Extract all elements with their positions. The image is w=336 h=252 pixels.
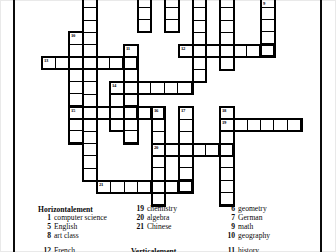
- clue-text: geography: [238, 232, 270, 240]
- clue-text: Chinese: [147, 223, 171, 231]
- clue-text: German: [238, 214, 262, 222]
- clue-item: 20algebra: [131, 214, 169, 222]
- clue-item: 1computer science: [38, 214, 107, 222]
- down-header-cut: Verticalement: [131, 247, 176, 252]
- clue-list: Horizontalement 1computer science5Englis…: [0, 0, 336, 252]
- clue-item: 10geography: [222, 232, 270, 240]
- clue-number: 21: [131, 223, 144, 231]
- clue-item: 9math: [222, 223, 253, 231]
- clue-text: English: [54, 223, 77, 231]
- clue-number: 9: [222, 223, 235, 231]
- clue-text: geometry: [238, 205, 267, 213]
- clue-number: 20: [131, 214, 144, 222]
- clue-item: 5English: [38, 223, 77, 231]
- clue-number: 10: [222, 232, 235, 240]
- clue-item: 7German: [222, 214, 262, 222]
- clue-item-cut: 12French: [38, 247, 75, 252]
- clue-text: art class: [54, 232, 79, 240]
- clue-number: 1: [38, 214, 51, 222]
- worksheet-page: 9101112131415161718192021 Horizontalemen…: [0, 0, 336, 252]
- clue-text: French: [54, 247, 75, 252]
- clue-text: chemistry: [147, 205, 177, 213]
- clue-number: 7: [222, 214, 235, 222]
- clue-number: 11: [222, 247, 235, 252]
- clue-item: 19chemistry: [131, 205, 177, 213]
- clue-text: math: [238, 223, 253, 231]
- clue-text: algebra: [147, 214, 169, 222]
- clue-number: 6: [222, 205, 235, 213]
- clue-item: 21Chinese: [131, 223, 171, 231]
- clue-text: computer science: [54, 214, 107, 222]
- clue-item: 6geometry: [222, 205, 267, 213]
- clue-number: 19: [131, 205, 144, 213]
- clue-number: 5: [38, 223, 51, 231]
- clue-text: history: [238, 247, 259, 252]
- clue-item-cut: 11history: [222, 247, 259, 252]
- clue-item: 8art class: [38, 232, 79, 240]
- clue-number: 12: [38, 247, 51, 252]
- clue-number: 8: [38, 232, 51, 240]
